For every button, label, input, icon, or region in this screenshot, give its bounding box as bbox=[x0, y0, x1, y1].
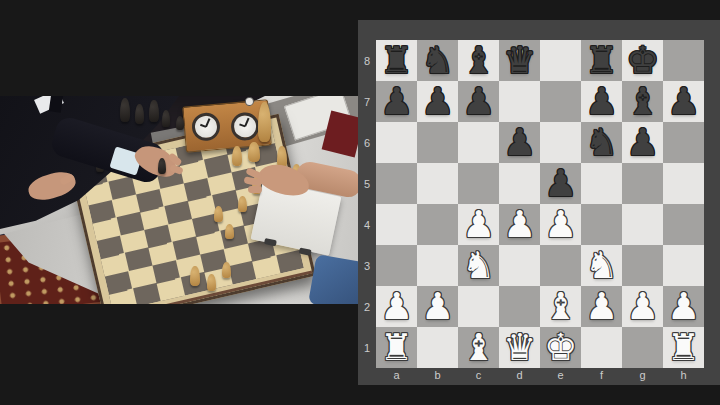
square-c3: ♞ bbox=[458, 245, 499, 286]
square-d6: ♟ bbox=[499, 122, 540, 163]
square-b1 bbox=[417, 327, 458, 368]
square-b2: ♟ bbox=[417, 286, 458, 327]
piece-white-pawn: ♟ bbox=[503, 204, 536, 245]
opponent-finger bbox=[248, 186, 262, 193]
file-label-b: b bbox=[417, 368, 458, 385]
square-f4 bbox=[581, 204, 622, 245]
file-label-a: a bbox=[376, 368, 417, 385]
square-a6 bbox=[376, 122, 417, 163]
square-h7: ♟ bbox=[663, 81, 704, 122]
square-d8: ♛ bbox=[499, 40, 540, 81]
square-c7: ♟ bbox=[458, 81, 499, 122]
file-labels: abcdefgh bbox=[376, 368, 704, 385]
square-c1: ♝ bbox=[458, 327, 499, 368]
square-b6 bbox=[417, 122, 458, 163]
square-f7: ♟ bbox=[581, 81, 622, 122]
piece-black-pawn: ♟ bbox=[667, 81, 700, 122]
file-label-g: g bbox=[622, 368, 663, 385]
square-c5 bbox=[458, 163, 499, 204]
piece-white-pawn: ♟ bbox=[585, 286, 618, 327]
square-h2: ♟ bbox=[663, 286, 704, 327]
square-h6 bbox=[663, 122, 704, 163]
piece-white-pawn: ♟ bbox=[462, 204, 495, 245]
square-e1: ♚ bbox=[540, 327, 581, 368]
square-h3 bbox=[663, 245, 704, 286]
piece-black-pawn: ♟ bbox=[585, 81, 618, 122]
rank-label-7: 7 bbox=[358, 81, 376, 122]
square-b4 bbox=[417, 204, 458, 245]
piece-black-queen: ♛ bbox=[503, 40, 536, 81]
rank-labels: 87654321 bbox=[358, 40, 376, 368]
file-label-f: f bbox=[581, 368, 622, 385]
piece-black-pawn: ♟ bbox=[626, 122, 659, 163]
square-e6 bbox=[540, 122, 581, 163]
clock-button bbox=[245, 97, 255, 107]
square-a7: ♟ bbox=[376, 81, 417, 122]
square-e8 bbox=[540, 40, 581, 81]
rank-label-5: 5 bbox=[358, 163, 376, 204]
square-h5 bbox=[663, 163, 704, 204]
wooden-piece-light bbox=[225, 224, 234, 239]
square-a8: ♜ bbox=[376, 40, 417, 81]
necktie bbox=[49, 96, 63, 113]
square-f1 bbox=[581, 327, 622, 368]
clock-face-left bbox=[191, 112, 221, 142]
square-e3 bbox=[540, 245, 581, 286]
wooden-piece-light bbox=[258, 102, 271, 142]
square-g3 bbox=[622, 245, 663, 286]
piece-white-king: ♚ bbox=[544, 327, 577, 368]
square-g5 bbox=[622, 163, 663, 204]
wooden-piece-dark bbox=[176, 116, 184, 130]
square-g1 bbox=[622, 327, 663, 368]
square-e7 bbox=[540, 81, 581, 122]
rank-label-1: 1 bbox=[358, 327, 376, 368]
file-label-e: e bbox=[540, 368, 581, 385]
file-label-c: c bbox=[458, 368, 499, 385]
square-c4: ♟ bbox=[458, 204, 499, 245]
piece-black-knight: ♞ bbox=[585, 122, 618, 163]
file-label-h: h bbox=[663, 368, 704, 385]
piece-black-pawn: ♟ bbox=[503, 122, 536, 163]
piece-black-pawn: ♟ bbox=[380, 81, 413, 122]
piece-black-king: ♚ bbox=[626, 40, 659, 81]
square-d1: ♛ bbox=[499, 327, 540, 368]
piece-white-pawn: ♟ bbox=[421, 286, 454, 327]
square-b3 bbox=[417, 245, 458, 286]
square-a3 bbox=[376, 245, 417, 286]
square-c6 bbox=[458, 122, 499, 163]
square-d2 bbox=[499, 286, 540, 327]
square-g7: ♝ bbox=[622, 81, 663, 122]
wooden-piece-dark-held bbox=[158, 158, 166, 174]
wooden-piece-light bbox=[232, 146, 242, 166]
square-b7: ♟ bbox=[417, 81, 458, 122]
board-panel: 87654321 ♜♞♝♛♜♚♟♟♟♟♝♟♟♞♟♟♟♟♟♞♞♟♟♝♟♟♟♜♝♛♚… bbox=[358, 20, 720, 385]
live-game-photo bbox=[0, 96, 358, 304]
rank-label-6: 6 bbox=[358, 122, 376, 163]
square-a1: ♜ bbox=[376, 327, 417, 368]
clock-face-right bbox=[230, 111, 260, 141]
square-e4: ♟ bbox=[540, 204, 581, 245]
square-b5 bbox=[417, 163, 458, 204]
piece-white-bishop: ♝ bbox=[544, 286, 577, 327]
wooden-piece-dark bbox=[120, 98, 130, 122]
piece-white-rook: ♜ bbox=[667, 327, 700, 368]
square-g2: ♟ bbox=[622, 286, 663, 327]
square-g6: ♟ bbox=[622, 122, 663, 163]
piece-white-knight: ♞ bbox=[462, 245, 495, 286]
chess-board: ♜♞♝♛♜♚♟♟♟♟♝♟♟♞♟♟♟♟♟♞♞♟♟♝♟♟♟♜♝♛♚♜ bbox=[376, 40, 704, 368]
square-h1: ♜ bbox=[663, 327, 704, 368]
square-a5 bbox=[376, 163, 417, 204]
square-f8: ♜ bbox=[581, 40, 622, 81]
piece-black-pawn: ♟ bbox=[544, 163, 577, 204]
piece-white-pawn: ♟ bbox=[380, 286, 413, 327]
rank-label-2: 2 bbox=[358, 286, 376, 327]
square-e2: ♝ bbox=[540, 286, 581, 327]
wooden-piece-light bbox=[214, 206, 223, 222]
piece-white-rook: ♜ bbox=[380, 327, 413, 368]
wooden-piece-dark bbox=[135, 104, 144, 124]
piece-white-queen: ♛ bbox=[503, 327, 536, 368]
rank-label-8: 8 bbox=[358, 40, 376, 81]
square-e5: ♟ bbox=[540, 163, 581, 204]
square-d5 bbox=[499, 163, 540, 204]
piece-black-bishop: ♝ bbox=[462, 40, 495, 81]
wooden-piece-light bbox=[222, 262, 231, 278]
blue-fabric bbox=[308, 254, 358, 304]
square-d4: ♟ bbox=[499, 204, 540, 245]
square-d3 bbox=[499, 245, 540, 286]
piece-white-pawn: ♟ bbox=[626, 286, 659, 327]
piece-black-pawn: ♟ bbox=[462, 81, 495, 122]
rank-label-4: 4 bbox=[358, 204, 376, 245]
square-h4 bbox=[663, 204, 704, 245]
wooden-piece-light bbox=[248, 142, 260, 162]
piece-black-knight: ♞ bbox=[421, 40, 454, 81]
square-a4 bbox=[376, 204, 417, 245]
square-d7 bbox=[499, 81, 540, 122]
wooden-piece-light bbox=[238, 196, 247, 212]
file-label-d: d bbox=[499, 368, 540, 385]
piece-black-bishop: ♝ bbox=[626, 81, 659, 122]
square-g4 bbox=[622, 204, 663, 245]
wooden-piece-light bbox=[190, 266, 200, 286]
square-c2 bbox=[458, 286, 499, 327]
piece-white-bishop: ♝ bbox=[462, 327, 495, 368]
square-f2: ♟ bbox=[581, 286, 622, 327]
square-a2: ♟ bbox=[376, 286, 417, 327]
piece-white-pawn: ♟ bbox=[667, 286, 700, 327]
square-h8 bbox=[663, 40, 704, 81]
piece-black-rook: ♜ bbox=[585, 40, 618, 81]
piece-black-pawn: ♟ bbox=[421, 81, 454, 122]
square-b8: ♞ bbox=[417, 40, 458, 81]
piece-black-rook: ♜ bbox=[380, 40, 413, 81]
rank-label-3: 3 bbox=[358, 245, 376, 286]
square-f3: ♞ bbox=[581, 245, 622, 286]
square-c8: ♝ bbox=[458, 40, 499, 81]
square-g8: ♚ bbox=[622, 40, 663, 81]
wooden-piece-light bbox=[207, 274, 216, 291]
wooden-piece-dark bbox=[162, 110, 170, 127]
wooden-piece-dark bbox=[149, 100, 159, 122]
square-f5 bbox=[581, 163, 622, 204]
piece-white-pawn: ♟ bbox=[544, 204, 577, 245]
piece-white-knight: ♞ bbox=[585, 245, 618, 286]
square-f6: ♞ bbox=[581, 122, 622, 163]
